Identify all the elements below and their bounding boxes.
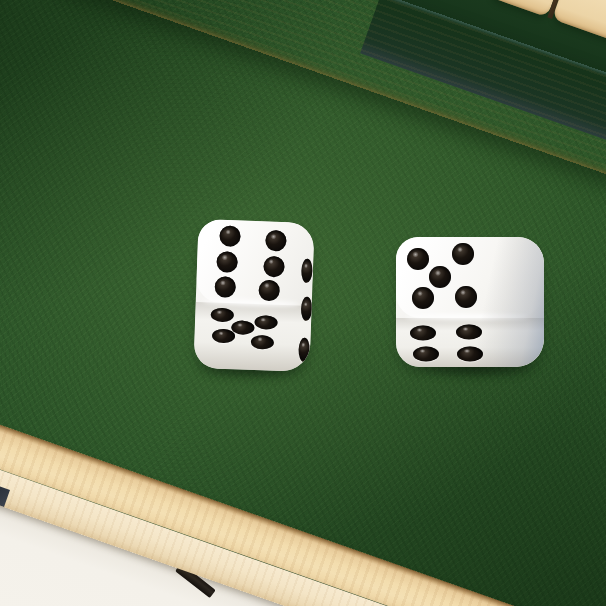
pip — [251, 335, 274, 350]
pip — [258, 279, 280, 301]
pip — [452, 243, 474, 265]
pip — [254, 315, 277, 330]
die-edge-highlight — [405, 314, 529, 320]
pip — [212, 329, 235, 344]
pip — [407, 248, 429, 270]
pip — [263, 255, 285, 277]
pip — [210, 308, 233, 323]
pip — [265, 230, 287, 252]
pip — [214, 276, 236, 298]
pip — [231, 320, 254, 335]
die-shadow-right — [394, 350, 556, 382]
pip — [412, 287, 434, 309]
pip — [301, 258, 313, 282]
pip — [220, 226, 242, 248]
pip — [410, 326, 436, 341]
pip — [429, 266, 451, 288]
pip — [456, 324, 482, 339]
die-top-face — [396, 237, 544, 318]
photo-canvas — [0, 0, 606, 606]
die-edge-highlight — [203, 299, 301, 308]
die-top-face — [196, 219, 315, 306]
pip — [455, 286, 477, 308]
die-side-face-shade — [396, 237, 544, 367]
pip — [216, 251, 238, 273]
die-right[interactable] — [396, 237, 544, 367]
die-shadow-left — [180, 350, 322, 382]
pip — [301, 297, 313, 321]
